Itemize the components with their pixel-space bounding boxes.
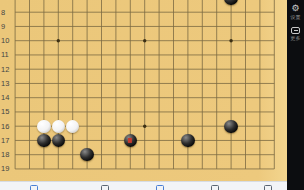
stone-black-N17 — [181, 134, 194, 147]
gear-icon: ⚙ — [291, 3, 299, 13]
stone-black-F18 — [80, 148, 93, 161]
settings-button[interactable]: ⚙ 设置 — [291, 3, 301, 20]
star-point-Q10 — [229, 39, 232, 42]
count-icon[interactable] — [211, 185, 219, 190]
more-icon[interactable] — [264, 185, 272, 190]
star-point-K16 — [143, 125, 146, 128]
message-icon — [291, 27, 300, 34]
more-button[interactable]: 更多 — [291, 27, 301, 41]
last-move-marker — [128, 138, 132, 142]
bottom-toolbar — [0, 181, 287, 190]
star-point-K10 — [143, 39, 146, 42]
stone-black-Q16 — [224, 120, 237, 133]
stone-white-C16 — [37, 120, 50, 133]
stone-black-J17 — [124, 134, 137, 147]
board-grid — [0, 0, 287, 181]
board-icon[interactable] — [156, 185, 164, 190]
stone-black-D17 — [52, 134, 65, 147]
moves-icon[interactable] — [101, 185, 109, 190]
more-label: 更多 — [291, 35, 301, 41]
stone-black-C17 — [37, 134, 50, 147]
settings-label: 设置 — [291, 14, 301, 20]
go-board[interactable]: 78910111213141516171819 — [0, 0, 287, 181]
go-app-screen: 78910111213141516171819 ⚙ 设置 更多 — [0, 0, 304, 190]
star-point-D10 — [57, 39, 60, 42]
stone-white-D16 — [52, 120, 65, 133]
undo-icon[interactable] — [30, 185, 38, 190]
right-sidebar: ⚙ 设置 更多 — [287, 0, 304, 190]
